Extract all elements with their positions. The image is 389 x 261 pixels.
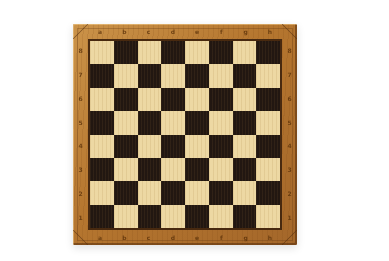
square-h7[interactable] xyxy=(256,64,280,87)
file-label-bottom-f: f xyxy=(209,232,233,243)
square-b8[interactable] xyxy=(114,41,138,64)
square-b5[interactable] xyxy=(114,111,138,134)
file-label-top-h: h xyxy=(258,26,282,37)
square-g8[interactable] xyxy=(233,41,257,64)
rank-label-left-1: 1 xyxy=(75,206,86,230)
rank-label-right-6: 6 xyxy=(284,87,295,111)
rank-labels-left: 87654321 xyxy=(75,39,86,230)
file-label-top-b: b xyxy=(112,26,136,37)
rank-label-right-1: 1 xyxy=(284,206,295,230)
frame-miter-top-left xyxy=(73,24,88,39)
frame-miter-top-right xyxy=(282,24,297,39)
rank-label-left-5: 5 xyxy=(75,111,86,135)
square-c2[interactable] xyxy=(138,181,162,204)
square-c1[interactable] xyxy=(138,205,162,228)
square-h2[interactable] xyxy=(256,181,280,204)
square-c6[interactable] xyxy=(138,88,162,111)
square-a3[interactable] xyxy=(90,158,114,181)
square-c8[interactable] xyxy=(138,41,162,64)
square-d4[interactable] xyxy=(161,135,185,158)
square-d3[interactable] xyxy=(161,158,185,181)
square-d2[interactable] xyxy=(161,181,185,204)
square-e7[interactable] xyxy=(185,64,209,87)
rank-label-right-5: 5 xyxy=(284,111,295,135)
playing-area xyxy=(88,39,282,230)
square-a2[interactable] xyxy=(90,181,114,204)
chessboard: abcdefgh abcdefgh 87654321 87654321 xyxy=(73,24,297,245)
file-labels-top: abcdefgh xyxy=(88,26,282,37)
square-b2[interactable] xyxy=(114,181,138,204)
square-g7[interactable] xyxy=(233,64,257,87)
square-g5[interactable] xyxy=(233,111,257,134)
square-d5[interactable] xyxy=(161,111,185,134)
square-h4[interactable] xyxy=(256,135,280,158)
file-labels-bottom: abcdefgh xyxy=(88,232,282,243)
square-d7[interactable] xyxy=(161,64,185,87)
rank-label-right-8: 8 xyxy=(284,39,295,63)
rank-label-left-8: 8 xyxy=(75,39,86,63)
square-a6[interactable] xyxy=(90,88,114,111)
square-f6[interactable] xyxy=(209,88,233,111)
square-f4[interactable] xyxy=(209,135,233,158)
square-g6[interactable] xyxy=(233,88,257,111)
rank-label-left-6: 6 xyxy=(75,87,86,111)
square-b4[interactable] xyxy=(114,135,138,158)
square-f5[interactable] xyxy=(209,111,233,134)
file-label-bottom-b: b xyxy=(112,232,136,243)
square-h5[interactable] xyxy=(256,111,280,134)
rank-label-right-3: 3 xyxy=(284,158,295,182)
rank-label-left-3: 3 xyxy=(75,158,86,182)
file-label-top-f: f xyxy=(209,26,233,37)
file-label-bottom-a: a xyxy=(88,232,112,243)
square-d1[interactable] xyxy=(161,205,185,228)
board-grid xyxy=(90,41,280,228)
rank-label-right-4: 4 xyxy=(284,135,295,159)
square-h6[interactable] xyxy=(256,88,280,111)
frame-miter-bottom-left xyxy=(73,230,88,245)
file-label-bottom-g: g xyxy=(234,232,258,243)
square-e3[interactable] xyxy=(185,158,209,181)
file-label-top-a: a xyxy=(88,26,112,37)
square-e4[interactable] xyxy=(185,135,209,158)
rank-labels-right: 87654321 xyxy=(284,39,295,230)
rank-label-left-7: 7 xyxy=(75,63,86,87)
square-e2[interactable] xyxy=(185,181,209,204)
rank-label-right-7: 7 xyxy=(284,63,295,87)
square-c3[interactable] xyxy=(138,158,162,181)
frame-miter-bottom-right xyxy=(282,230,297,245)
square-h8[interactable] xyxy=(256,41,280,64)
square-g1[interactable] xyxy=(233,205,257,228)
square-c4[interactable] xyxy=(138,135,162,158)
square-b1[interactable] xyxy=(114,205,138,228)
square-a5[interactable] xyxy=(90,111,114,134)
square-d8[interactable] xyxy=(161,41,185,64)
square-h3[interactable] xyxy=(256,158,280,181)
file-label-bottom-e: e xyxy=(185,232,209,243)
square-d6[interactable] xyxy=(161,88,185,111)
square-a1[interactable] xyxy=(90,205,114,228)
file-label-bottom-h: h xyxy=(258,232,282,243)
square-a4[interactable] xyxy=(90,135,114,158)
square-f3[interactable] xyxy=(209,158,233,181)
photo-background: abcdefgh abcdefgh 87654321 87654321 xyxy=(0,0,389,261)
square-f8[interactable] xyxy=(209,41,233,64)
square-c5[interactable] xyxy=(138,111,162,134)
square-g2[interactable] xyxy=(233,181,257,204)
square-b7[interactable] xyxy=(114,64,138,87)
file-label-top-g: g xyxy=(234,26,258,37)
square-g4[interactable] xyxy=(233,135,257,158)
square-e5[interactable] xyxy=(185,111,209,134)
square-f1[interactable] xyxy=(209,205,233,228)
square-a7[interactable] xyxy=(90,64,114,87)
rank-label-right-2: 2 xyxy=(284,182,295,206)
square-f7[interactable] xyxy=(209,64,233,87)
square-c7[interactable] xyxy=(138,64,162,87)
rank-label-left-4: 4 xyxy=(75,135,86,159)
file-label-bottom-c: c xyxy=(137,232,161,243)
square-e8[interactable] xyxy=(185,41,209,64)
square-b6[interactable] xyxy=(114,88,138,111)
file-label-top-d: d xyxy=(161,26,185,37)
file-label-top-c: c xyxy=(137,26,161,37)
square-e1[interactable] xyxy=(185,205,209,228)
square-g3[interactable] xyxy=(233,158,257,181)
square-f2[interactable] xyxy=(209,181,233,204)
square-b3[interactable] xyxy=(114,158,138,181)
square-a8[interactable] xyxy=(90,41,114,64)
square-e6[interactable] xyxy=(185,88,209,111)
square-h1[interactable] xyxy=(256,205,280,228)
file-label-bottom-d: d xyxy=(161,232,185,243)
rank-label-left-2: 2 xyxy=(75,182,86,206)
file-label-top-e: e xyxy=(185,26,209,37)
